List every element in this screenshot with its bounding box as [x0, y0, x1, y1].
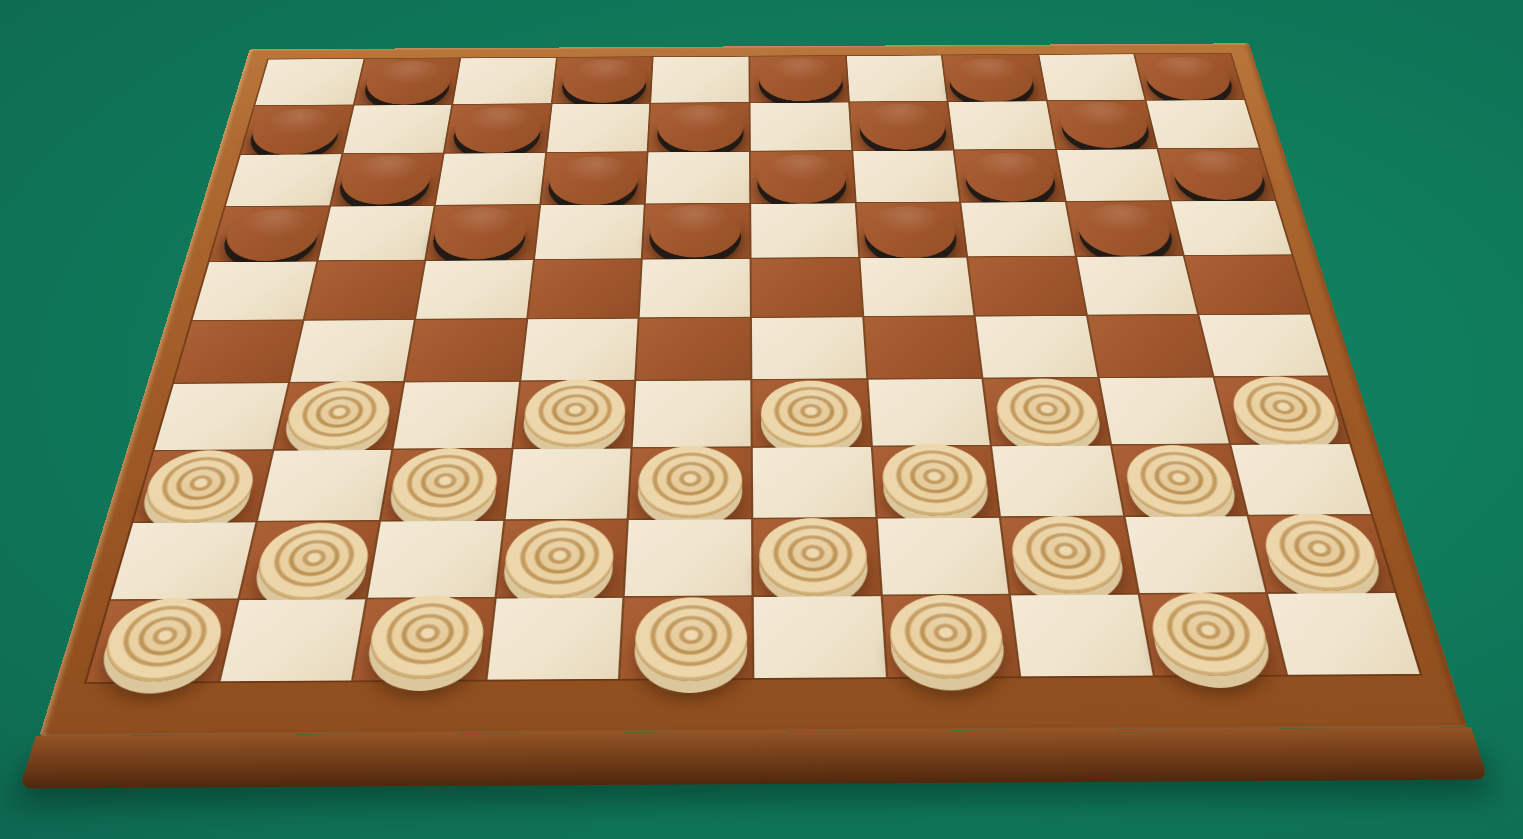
board-square[interactable] — [368, 521, 503, 597]
board-square[interactable] — [752, 380, 870, 446]
light-piece[interactable] — [281, 381, 395, 449]
board-square[interactable] — [1215, 377, 1349, 443]
board-square[interactable] — [646, 152, 749, 203]
board-square[interactable] — [856, 202, 966, 257]
board-square[interactable] — [453, 58, 555, 104]
board-square[interactable] — [497, 520, 627, 596]
board-square[interactable] — [1099, 378, 1229, 444]
board-square[interactable] — [637, 318, 751, 380]
board-grid — [87, 54, 1420, 682]
board-square[interactable] — [1067, 201, 1183, 256]
light-piece[interactable] — [501, 520, 615, 598]
board-square[interactable] — [1039, 54, 1145, 100]
board-square[interactable] — [505, 448, 631, 519]
board-square[interactable] — [1200, 314, 1329, 376]
light-piece[interactable] — [993, 378, 1104, 446]
board-square[interactable] — [984, 378, 1110, 444]
draughts-board — [39, 43, 1467, 736]
board-square[interactable] — [354, 598, 494, 680]
board-square[interactable] — [210, 206, 329, 261]
board-square[interactable] — [860, 258, 974, 316]
dark-piece[interactable] — [1167, 147, 1270, 200]
board-square[interactable] — [850, 102, 953, 150]
board-square[interactable] — [416, 260, 532, 318]
light-piece[interactable] — [96, 598, 230, 682]
board-square[interactable] — [961, 202, 1074, 257]
board-square[interactable] — [226, 154, 341, 206]
board-square[interactable] — [535, 204, 644, 259]
light-piece[interactable] — [1146, 592, 1276, 676]
dark-piece[interactable] — [858, 101, 948, 151]
board-square[interactable] — [750, 102, 850, 150]
light-piece[interactable] — [365, 595, 489, 679]
board-square[interactable] — [521, 318, 638, 380]
board-square[interactable] — [1185, 256, 1309, 314]
board-square[interactable] — [1112, 445, 1247, 516]
board-square[interactable] — [1147, 100, 1259, 148]
board-square[interactable] — [354, 58, 459, 104]
board-square[interactable] — [304, 261, 424, 319]
dark-piece[interactable] — [648, 202, 740, 258]
board-square[interactable] — [751, 151, 855, 202]
board-square[interactable] — [134, 450, 272, 521]
dark-piece[interactable] — [451, 104, 544, 154]
board-square[interactable] — [240, 522, 379, 598]
board-square[interactable] — [445, 104, 551, 153]
board-square[interactable] — [643, 204, 749, 259]
board-square[interactable] — [87, 600, 237, 682]
board-square[interactable] — [1048, 100, 1157, 148]
board-square[interactable] — [1135, 54, 1243, 100]
board-square[interactable] — [1011, 594, 1152, 676]
board-square[interactable] — [992, 445, 1123, 516]
board-square[interactable] — [976, 316, 1097, 378]
board-square[interactable] — [751, 203, 858, 258]
dark-piece[interactable] — [246, 106, 345, 156]
light-piece[interactable] — [1008, 515, 1128, 593]
board-square[interactable] — [343, 105, 451, 154]
board-square[interactable] — [547, 103, 650, 152]
light-piece[interactable] — [1257, 513, 1386, 591]
dark-piece[interactable] — [336, 152, 435, 205]
board-square[interactable] — [155, 383, 288, 449]
board-square[interactable] — [405, 319, 526, 381]
board-square[interactable] — [381, 449, 511, 520]
board-square[interactable] — [1232, 444, 1371, 515]
light-piece[interactable] — [761, 380, 864, 448]
board-square[interactable] — [193, 262, 316, 320]
dark-piece[interactable] — [561, 56, 648, 103]
light-piece[interactable] — [138, 450, 261, 523]
board-square[interactable] — [1125, 516, 1265, 592]
dark-piece[interactable] — [547, 153, 640, 206]
board-square[interactable] — [241, 105, 352, 154]
light-piece[interactable] — [759, 518, 869, 596]
board-square[interactable] — [1057, 149, 1170, 200]
board-square[interactable] — [274, 382, 403, 448]
board-square[interactable] — [629, 447, 751, 518]
light-piece[interactable] — [880, 444, 991, 517]
light-piece[interactable] — [633, 597, 747, 681]
board-square[interactable] — [1088, 315, 1213, 377]
board-square[interactable] — [753, 447, 875, 518]
dark-piece[interactable] — [219, 206, 325, 262]
board-square[interactable] — [1077, 256, 1198, 314]
board-square[interactable] — [1268, 593, 1419, 675]
board-square[interactable] — [394, 382, 519, 448]
dark-piece[interactable] — [947, 55, 1037, 102]
board-square[interactable] — [868, 379, 990, 445]
dark-piece[interactable] — [1073, 201, 1176, 257]
board-square[interactable] — [318, 206, 434, 261]
board-square[interactable] — [331, 154, 443, 205]
board-square[interactable] — [752, 258, 862, 316]
board-square[interactable] — [968, 257, 1085, 315]
light-piece[interactable] — [521, 379, 627, 447]
board-square[interactable] — [750, 56, 848, 102]
dark-piece[interactable] — [431, 204, 530, 260]
board-square[interactable] — [290, 320, 414, 382]
dark-piece[interactable] — [1140, 54, 1236, 101]
board-square[interactable] — [528, 260, 641, 318]
board-square[interactable] — [426, 205, 539, 260]
board-square[interactable] — [174, 320, 302, 382]
board-square[interactable] — [220, 599, 365, 681]
board-square[interactable] — [621, 597, 752, 679]
board-square[interactable] — [255, 59, 363, 105]
board-square[interactable] — [1249, 516, 1394, 592]
light-piece[interactable] — [387, 448, 501, 521]
board-square[interactable] — [873, 446, 999, 517]
board-square[interactable] — [882, 595, 1019, 677]
board-square[interactable] — [752, 317, 866, 379]
board-square[interactable] — [640, 259, 750, 317]
light-piece[interactable] — [636, 446, 742, 519]
dark-piece[interactable] — [362, 58, 455, 105]
light-piece[interactable] — [1226, 376, 1345, 444]
board-square[interactable] — [651, 57, 748, 103]
dark-piece[interactable] — [862, 203, 958, 259]
board-square[interactable] — [487, 597, 623, 679]
dark-piece[interactable] — [962, 149, 1058, 202]
board-square[interactable] — [633, 380, 751, 446]
dark-piece[interactable] — [757, 151, 847, 204]
dark-piece[interactable] — [759, 55, 844, 102]
dark-piece[interactable] — [1056, 99, 1152, 149]
board-square[interactable] — [1159, 149, 1275, 200]
board-square[interactable] — [258, 450, 392, 521]
board-square[interactable] — [864, 316, 982, 378]
light-piece[interactable] — [887, 595, 1007, 679]
board-square[interactable] — [541, 152, 647, 203]
light-piece[interactable] — [251, 522, 374, 600]
dark-piece[interactable] — [656, 102, 743, 152]
board-square[interactable] — [853, 151, 960, 202]
board-square[interactable] — [552, 57, 652, 103]
light-piece[interactable] — [1121, 445, 1241, 518]
board-square[interactable] — [111, 522, 255, 598]
board-front-edge — [20, 727, 1488, 788]
board-square[interactable] — [955, 150, 1065, 201]
board-square[interactable] — [943, 55, 1046, 101]
board-square[interactable] — [1172, 200, 1292, 255]
board-square[interactable] — [1140, 593, 1286, 675]
board-square[interactable] — [436, 153, 545, 204]
board-square[interactable] — [649, 103, 749, 151]
board-square[interactable] — [514, 381, 635, 447]
board-square[interactable] — [754, 596, 886, 678]
board-square[interactable] — [625, 519, 751, 595]
board-square[interactable] — [949, 101, 1055, 149]
board-square[interactable] — [753, 519, 880, 595]
board-square[interactable] — [877, 518, 1008, 594]
board-square[interactable] — [846, 55, 946, 101]
board-square[interactable] — [1001, 517, 1137, 593]
